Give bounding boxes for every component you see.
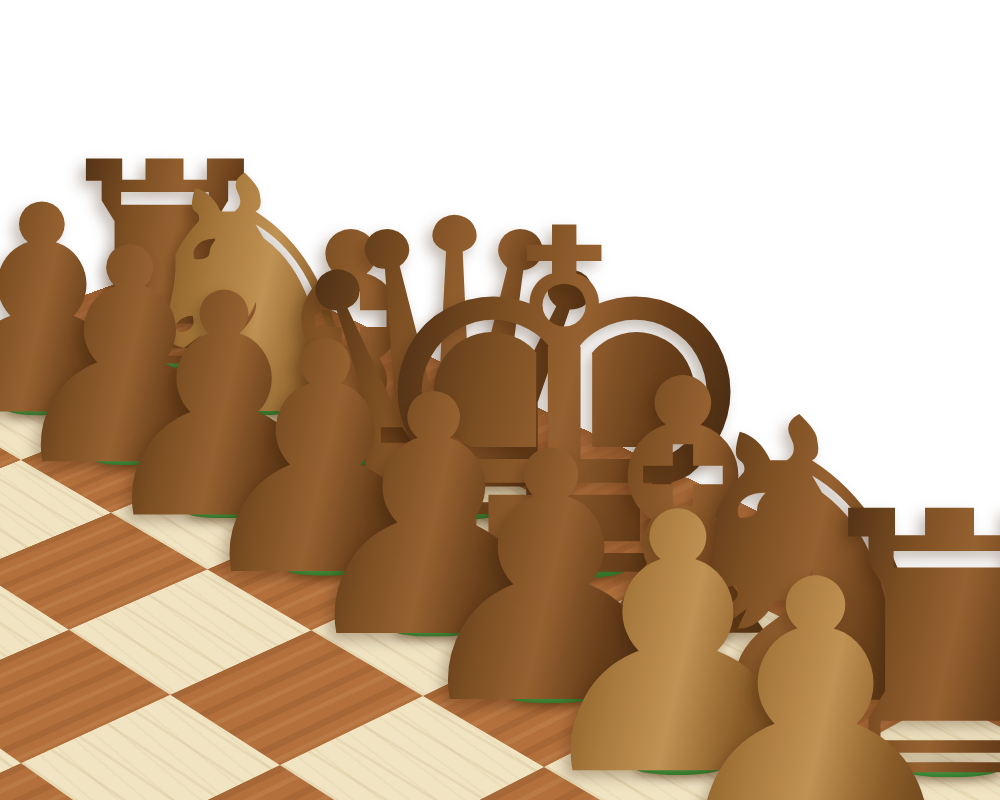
pawn-glyph-icon: ♟ (648, 532, 983, 800)
pieces-layer: ♜♞♝♛♚♝♞♜♟♟♟♟♟♟♟♟ (0, 0, 1000, 800)
photo-stage: ♜♞♝♛♚♝♞♜♟♟♟♟♟♟♟♟ (0, 0, 1000, 800)
